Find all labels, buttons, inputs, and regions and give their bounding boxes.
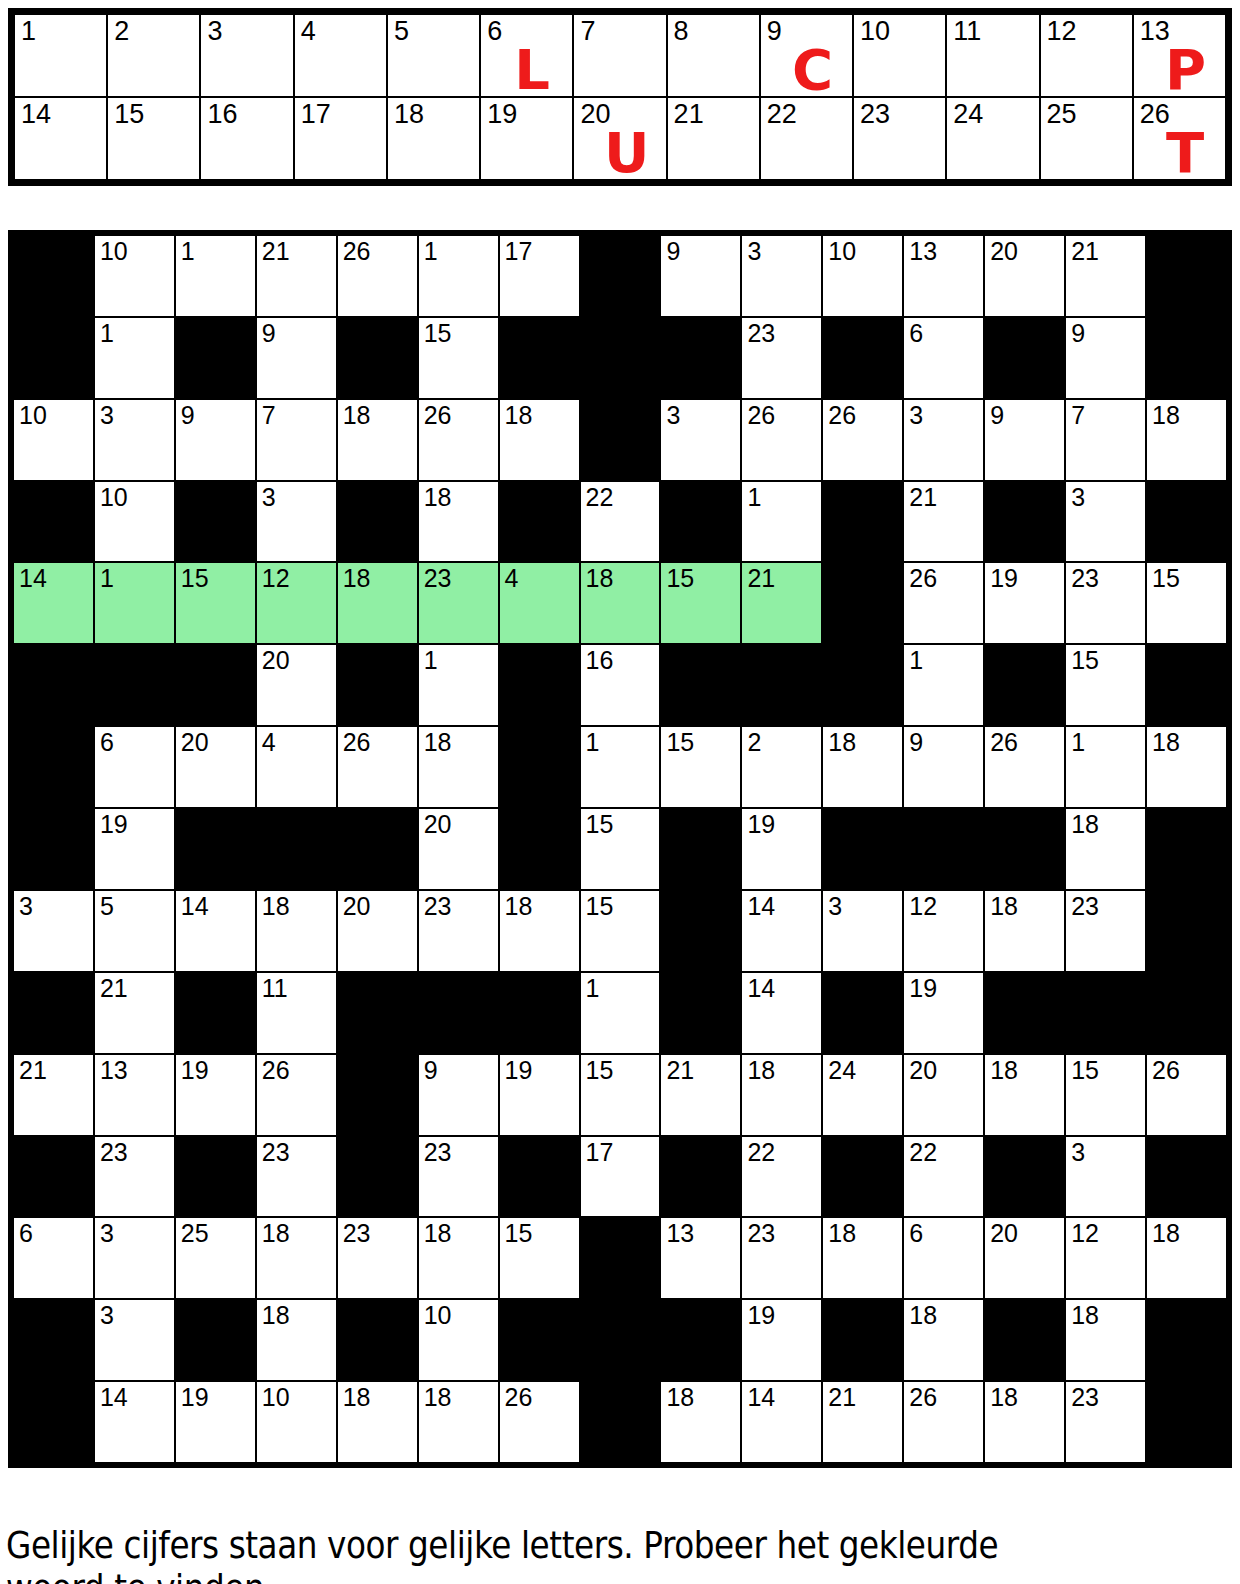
grid-cell[interactable]: 1: [418, 644, 499, 726]
grid-cell[interactable]: 9: [1065, 317, 1146, 399]
cell-code-number: 21: [100, 974, 128, 1003]
grid-cell[interactable]: 26: [822, 399, 903, 481]
grid-cell[interactable]: 9: [175, 399, 256, 481]
grid-cell[interactable]: 18: [660, 1381, 741, 1463]
cell-code-number: 18: [262, 1219, 290, 1248]
grid-cell-black: [13, 972, 94, 1054]
grid-cell-black: [580, 1381, 661, 1463]
grid-cell[interactable]: 15: [1146, 562, 1227, 644]
key-cell-4: 4: [294, 14, 387, 97]
grid-cell[interactable]: 12: [903, 890, 984, 972]
cell-code-number: 18: [343, 1383, 371, 1412]
grid-cell[interactable]: 26: [499, 1381, 580, 1463]
grid-cell[interactable]: 3: [660, 399, 741, 481]
key-cell-15: 15: [107, 97, 200, 180]
cell-code-number: 26: [262, 1056, 290, 1085]
grid-cell[interactable]: 21: [1065, 235, 1146, 317]
grid-cell-black: [1146, 481, 1227, 563]
cell-code-number: 13: [909, 237, 937, 266]
grid-cell[interactable]: 9: [903, 726, 984, 808]
cell-code-number: 9: [262, 319, 276, 348]
grid-cell-highlighted[interactable]: 1: [94, 562, 175, 644]
grid-cell[interactable]: 19: [741, 1299, 822, 1381]
grid-cell[interactable]: 9: [660, 235, 741, 317]
grid-cell-black: [660, 317, 741, 399]
grid-cell-highlighted[interactable]: 4: [499, 562, 580, 644]
cell-code-number: 7: [262, 401, 276, 430]
grid-cell[interactable]: 18: [1065, 1299, 1146, 1381]
cell-code-number: 13: [666, 1219, 694, 1248]
grid-cell[interactable]: 4: [256, 726, 337, 808]
grid-cell[interactable]: 23: [94, 1136, 175, 1218]
cell-code-number: 4: [505, 564, 519, 593]
cell-code-number: 21: [1071, 237, 1099, 266]
key-given-letter: C: [792, 47, 833, 93]
cell-code-number: 18: [424, 728, 452, 757]
grid-cell[interactable]: 3: [94, 399, 175, 481]
grid-cell[interactable]: 10: [13, 399, 94, 481]
grid-cell[interactable]: 1: [741, 481, 822, 563]
grid-cell[interactable]: 7: [256, 399, 337, 481]
grid-cell-highlighted[interactable]: 21: [741, 562, 822, 644]
cell-code-number: 3: [100, 1219, 114, 1248]
grid-cell-black: [580, 317, 661, 399]
grid-cell[interactable]: 22: [580, 481, 661, 563]
grid-cell[interactable]: 26: [903, 562, 984, 644]
grid-cell[interactable]: 26: [903, 1381, 984, 1463]
grid-cell[interactable]: 9: [256, 317, 337, 399]
grid-cell[interactable]: 26: [256, 1054, 337, 1136]
grid-cell[interactable]: 23: [741, 317, 822, 399]
cell-code-number: 10: [262, 1383, 290, 1412]
cell-code-number: 18: [747, 1056, 775, 1085]
grid-cell[interactable]: 15: [580, 890, 661, 972]
grid-cell[interactable]: 26: [741, 399, 822, 481]
grid-cell[interactable]: 23: [418, 890, 499, 972]
grid-cell[interactable]: 18: [1146, 1217, 1227, 1299]
grid-cell-black: [1065, 972, 1146, 1054]
grid-cell[interactable]: 3: [13, 890, 94, 972]
grid-cell[interactable]: 15: [1065, 1054, 1146, 1136]
cell-code-number: 18: [424, 1219, 452, 1248]
key-cell-13: 13P: [1133, 14, 1226, 97]
grid-cell[interactable]: 14: [741, 1381, 822, 1463]
codeword-grid: 1012126117931013202119152369103971826183…: [8, 230, 1232, 1468]
grid-cell[interactable]: 3: [94, 1299, 175, 1381]
grid-cell-black: [822, 562, 903, 644]
grid-cell[interactable]: 16: [580, 644, 661, 726]
cell-code-number: 10: [19, 401, 47, 430]
grid-cell-black: [660, 644, 741, 726]
grid-cell[interactable]: 15: [499, 1217, 580, 1299]
grid-cell[interactable]: 13: [903, 235, 984, 317]
key-cell-5: 5: [387, 14, 480, 97]
key-cell-6: 6L: [480, 14, 573, 97]
key-cell-number: 5: [394, 17, 409, 47]
key-given-letter: U: [604, 130, 649, 176]
grid-cell[interactable]: 26: [337, 235, 418, 317]
grid-cell[interactable]: 18: [418, 481, 499, 563]
grid-cell-black: [499, 808, 580, 890]
grid-cell[interactable]: 17: [499, 235, 580, 317]
grid-cell[interactable]: 26: [984, 726, 1065, 808]
cell-code-number: 9: [181, 401, 195, 430]
grid-cell[interactable]: 15: [580, 1054, 661, 1136]
cell-code-number: 3: [19, 892, 33, 921]
grid-cell[interactable]: 12: [1065, 1217, 1146, 1299]
cell-code-number: 18: [828, 728, 856, 757]
grid-cell[interactable]: 19: [741, 808, 822, 890]
key-cell-14: 14: [14, 97, 107, 180]
grid-cell[interactable]: 18: [1146, 726, 1227, 808]
cell-code-number: 23: [747, 319, 775, 348]
grid-cell[interactable]: 1: [580, 972, 661, 1054]
grid-cell-black: [660, 1299, 741, 1381]
cell-code-number: 15: [666, 728, 694, 757]
key-cell-number: 7: [580, 17, 595, 47]
grid-cell[interactable]: 1: [175, 235, 256, 317]
key-cell-9: 9C: [760, 14, 853, 97]
grid-cell-black: [660, 1136, 741, 1218]
grid-cell[interactable]: 6: [903, 1217, 984, 1299]
grid-cell[interactable]: 23: [337, 1217, 418, 1299]
cell-code-number: 19: [181, 1056, 209, 1085]
cell-code-number: 18: [990, 892, 1018, 921]
grid-cell-black: [175, 1299, 256, 1381]
grid-cell[interactable]: 10: [94, 481, 175, 563]
grid-cell[interactable]: 3: [1065, 481, 1146, 563]
grid-cell[interactable]: 18: [984, 1054, 1065, 1136]
grid-cell-black: [499, 972, 580, 1054]
grid-cell[interactable]: 3: [822, 890, 903, 972]
grid-cell-black: [13, 1299, 94, 1381]
grid-cell[interactable]: 3: [903, 399, 984, 481]
key-given-letter: T: [1166, 130, 1204, 176]
key-cell-7: 7: [573, 14, 666, 97]
key-cell-number: 6: [487, 17, 502, 47]
grid-cell-black: [822, 317, 903, 399]
grid-cell-black: [499, 1299, 580, 1381]
key-cell-number: 19: [487, 100, 517, 130]
key-cell-3: 3: [200, 14, 293, 97]
grid-cell-highlighted[interactable]: 15: [660, 562, 741, 644]
grid-cell[interactable]: 14: [741, 972, 822, 1054]
grid-cell-black: [337, 808, 418, 890]
cell-code-number: 6: [19, 1219, 33, 1248]
cell-code-number: 3: [100, 1301, 114, 1330]
grid-cell[interactable]: 10: [418, 1299, 499, 1381]
cell-code-number: 3: [262, 483, 276, 512]
grid-cell[interactable]: 1: [903, 644, 984, 726]
grid-cell-black: [337, 1054, 418, 1136]
grid-cell[interactable]: 15: [660, 726, 741, 808]
grid-cell[interactable]: 10: [94, 235, 175, 317]
cell-code-number: 15: [586, 892, 614, 921]
grid-cell-black: [1146, 1381, 1227, 1463]
grid-cell[interactable]: 18: [984, 890, 1065, 972]
grid-cell-black: [175, 972, 256, 1054]
cell-code-number: 13: [100, 1056, 128, 1085]
grid-cell[interactable]: 18: [1065, 808, 1146, 890]
grid-cell-black: [13, 1136, 94, 1218]
key-cell-number: 24: [953, 100, 983, 130]
grid-cell-black: [175, 317, 256, 399]
grid-cell[interactable]: 22: [741, 1136, 822, 1218]
key-cell-number: 9: [767, 17, 782, 47]
cell-code-number: 15: [586, 1056, 614, 1085]
grid-cell-black: [822, 644, 903, 726]
grid-cell-black: [499, 481, 580, 563]
grid-cell-highlighted[interactable]: 12: [256, 562, 337, 644]
grid-cell-black: [337, 972, 418, 1054]
grid-cell[interactable]: 6: [13, 1217, 94, 1299]
grid-cell[interactable]: 21: [660, 1054, 741, 1136]
cell-code-number: 23: [1071, 564, 1099, 593]
grid-cell[interactable]: 20: [256, 644, 337, 726]
grid-cell-black: [1146, 235, 1227, 317]
cell-code-number: 1: [1071, 728, 1085, 757]
grid-cell[interactable]: 19: [984, 562, 1065, 644]
grid-cell[interactable]: 23: [1065, 562, 1146, 644]
cell-code-number: 18: [1071, 810, 1099, 839]
cell-code-number: 10: [424, 1301, 452, 1330]
grid-cell[interactable]: 20: [418, 808, 499, 890]
grid-cell[interactable]: 10: [822, 235, 903, 317]
cell-code-number: 14: [747, 892, 775, 921]
grid-cell[interactable]: 23: [1065, 1381, 1146, 1463]
key-cell-21: 21: [667, 97, 760, 180]
grid-cell[interactable]: 18: [741, 1054, 822, 1136]
grid-cell[interactable]: 18: [256, 1299, 337, 1381]
grid-cell[interactable]: 18: [903, 1299, 984, 1381]
cell-code-number: 18: [343, 564, 371, 593]
grid-cell[interactable]: 18: [984, 1381, 1065, 1463]
grid-cell[interactable]: 18: [418, 726, 499, 808]
grid-cell[interactable]: 19: [499, 1054, 580, 1136]
grid-cell[interactable]: 18: [499, 890, 580, 972]
cell-code-number: 23: [100, 1138, 128, 1167]
cell-code-number: 17: [505, 237, 533, 266]
grid-cell[interactable]: 3: [1065, 1136, 1146, 1218]
grid-cell-black: [903, 808, 984, 890]
grid-cell[interactable]: 3: [256, 481, 337, 563]
grid-cell-black: [984, 644, 1065, 726]
grid-cell[interactable]: 20: [984, 235, 1065, 317]
cell-code-number: 18: [990, 1056, 1018, 1085]
cell-code-number: 1: [100, 564, 114, 593]
grid-cell[interactable]: 11: [256, 972, 337, 1054]
grid-cell-black: [337, 1136, 418, 1218]
grid-cell-black: [580, 1299, 661, 1381]
grid-cell[interactable]: 26: [337, 726, 418, 808]
grid-cell-highlighted[interactable]: 23: [418, 562, 499, 644]
cell-code-number: 6: [100, 728, 114, 757]
grid-cell[interactable]: 13: [660, 1217, 741, 1299]
cell-code-number: 7: [1071, 401, 1085, 430]
grid-cell-black: [337, 1299, 418, 1381]
grid-cell[interactable]: 23: [1065, 890, 1146, 972]
grid-cell[interactable]: 15: [1065, 644, 1146, 726]
grid-cell[interactable]: 23: [741, 1217, 822, 1299]
grid-cell[interactable]: 1: [1065, 726, 1146, 808]
grid-cell[interactable]: 7: [1065, 399, 1146, 481]
grid-cell-highlighted[interactable]: 18: [580, 562, 661, 644]
cell-code-number: 15: [424, 319, 452, 348]
grid-cell[interactable]: 18: [822, 1217, 903, 1299]
grid-cell-black: [13, 726, 94, 808]
grid-cell[interactable]: 15: [580, 808, 661, 890]
grid-cell[interactable]: 1: [418, 235, 499, 317]
cell-code-number: 15: [1152, 564, 1180, 593]
cell-code-number: 23: [424, 1138, 452, 1167]
cell-code-number: 20: [343, 892, 371, 921]
grid-cell[interactable]: 3: [741, 235, 822, 317]
grid-cell-highlighted[interactable]: 14: [13, 562, 94, 644]
grid-cell[interactable]: 19: [903, 972, 984, 1054]
key-cell-12: 12: [1040, 14, 1133, 97]
cell-code-number: 26: [828, 401, 856, 430]
grid-cell[interactable]: 18: [337, 1381, 418, 1463]
cell-code-number: 21: [747, 564, 775, 593]
grid-cell[interactable]: 24: [822, 1054, 903, 1136]
key-cell-number: 1: [21, 17, 36, 47]
grid-cell[interactable]: 18: [499, 399, 580, 481]
grid-cell[interactable]: 23: [256, 1136, 337, 1218]
grid-cell-black: [13, 235, 94, 317]
grid-cell[interactable]: 6: [903, 317, 984, 399]
grid-cell-black: [13, 808, 94, 890]
grid-cell[interactable]: 19: [175, 1054, 256, 1136]
grid-cell[interactable]: 21: [822, 1381, 903, 1463]
key-cell-18: 18: [387, 97, 480, 180]
key-cell-number: 15: [114, 100, 144, 130]
grid-cell[interactable]: 1: [580, 726, 661, 808]
cell-code-number: 23: [1071, 1383, 1099, 1412]
cell-code-number: 22: [586, 483, 614, 512]
grid-cell[interactable]: 18: [256, 1217, 337, 1299]
key-cell-number: 8: [674, 17, 689, 47]
grid-cell[interactable]: 23: [418, 1136, 499, 1218]
grid-cell[interactable]: 18: [337, 399, 418, 481]
grid-cell[interactable]: 9: [418, 1054, 499, 1136]
cell-code-number: 14: [747, 974, 775, 1003]
grid-cell[interactable]: 18: [1146, 399, 1227, 481]
cell-code-number: 20: [424, 810, 452, 839]
cell-code-number: 18: [424, 1383, 452, 1412]
grid-cell[interactable]: 17: [580, 1136, 661, 1218]
grid-cell[interactable]: 19: [175, 1381, 256, 1463]
cell-code-number: 20: [990, 1219, 1018, 1248]
cell-code-number: 21: [262, 237, 290, 266]
key-cell-number: 25: [1047, 100, 1077, 130]
grid-cell[interactable]: 9: [984, 399, 1065, 481]
grid-cell[interactable]: 20: [984, 1217, 1065, 1299]
grid-cell[interactable]: 26: [1146, 1054, 1227, 1136]
grid-cell[interactable]: 21: [94, 972, 175, 1054]
grid-cell-black: [984, 481, 1065, 563]
cell-code-number: 1: [424, 646, 438, 675]
cell-code-number: 20: [181, 728, 209, 757]
grid-cell[interactable]: 10: [256, 1381, 337, 1463]
grid-cell-highlighted[interactable]: 18: [337, 562, 418, 644]
grid-cell[interactable]: 5: [94, 890, 175, 972]
grid-cell[interactable]: 1: [94, 317, 175, 399]
cell-code-number: 1: [747, 483, 761, 512]
grid-cell[interactable]: 14: [175, 890, 256, 972]
grid-cell-black: [741, 644, 822, 726]
grid-cell[interactable]: 13: [94, 1054, 175, 1136]
grid-cell-black: [337, 481, 418, 563]
grid-cell-black: [175, 481, 256, 563]
grid-cell[interactable]: 21: [13, 1054, 94, 1136]
key-cell-22: 22: [760, 97, 853, 180]
key-cell-number: 16: [207, 100, 237, 130]
key-cell-10: 10: [853, 14, 946, 97]
grid-cell-black: [418, 972, 499, 1054]
grid-cell[interactable]: 20: [337, 890, 418, 972]
key-cell-23: 23: [853, 97, 946, 180]
grid-cell[interactable]: 21: [903, 481, 984, 563]
grid-cell[interactable]: 19: [94, 808, 175, 890]
grid-cell[interactable]: 25: [175, 1217, 256, 1299]
grid-cell[interactable]: 22: [903, 1136, 984, 1218]
grid-cell[interactable]: 18: [418, 1217, 499, 1299]
cell-code-number: 17: [586, 1138, 614, 1167]
cell-code-number: 3: [1071, 483, 1085, 512]
grid-cell-black: [984, 1299, 1065, 1381]
cell-code-number: 19: [909, 974, 937, 1003]
cell-code-number: 10: [100, 237, 128, 266]
grid-cell-highlighted[interactable]: 15: [175, 562, 256, 644]
cell-code-number: 9: [424, 1056, 438, 1085]
instructions-text: Gelijke cijfers staan voor gelijke lette…: [6, 1524, 1227, 1584]
cell-code-number: 14: [747, 1383, 775, 1412]
grid-cell[interactable]: 18: [822, 726, 903, 808]
grid-cell[interactable]: 18: [418, 1381, 499, 1463]
grid-cell[interactable]: 6: [94, 726, 175, 808]
instructions-line-1: Gelijke cijfers staan voor gelijke lette…: [6, 1523, 998, 1567]
grid-cell-black: [580, 235, 661, 317]
grid-cell[interactable]: 3: [94, 1217, 175, 1299]
grid-cell[interactable]: 14: [94, 1381, 175, 1463]
cell-code-number: 19: [505, 1056, 533, 1085]
grid-cell[interactable]: 18: [256, 890, 337, 972]
grid-cell-black: [13, 644, 94, 726]
grid-cell-black: [1146, 1136, 1227, 1218]
cell-code-number: 6: [909, 1219, 923, 1248]
key-cell-number: 21: [674, 100, 704, 130]
grid-cell-black: [1146, 644, 1227, 726]
grid-cell[interactable]: 26: [418, 399, 499, 481]
cell-code-number: 26: [343, 237, 371, 266]
cell-code-number: 3: [909, 401, 923, 430]
grid-cell[interactable]: 2: [741, 726, 822, 808]
grid-cell[interactable]: 14: [741, 890, 822, 972]
key-cell-number: 4: [301, 17, 316, 47]
grid-cell[interactable]: 20: [175, 726, 256, 808]
cell-code-number: 15: [505, 1219, 533, 1248]
key-cell-17: 17: [294, 97, 387, 180]
grid-cell-black: [984, 808, 1065, 890]
key-cell-8: 8: [667, 14, 760, 97]
grid-cell-black: [822, 808, 903, 890]
grid-cell[interactable]: 20: [903, 1054, 984, 1136]
grid-cell-black: [1146, 1299, 1227, 1381]
grid-cell[interactable]: 15: [418, 317, 499, 399]
cell-code-number: 22: [909, 1138, 937, 1167]
grid-cell[interactable]: 21: [256, 235, 337, 317]
cell-code-number: 18: [424, 483, 452, 512]
